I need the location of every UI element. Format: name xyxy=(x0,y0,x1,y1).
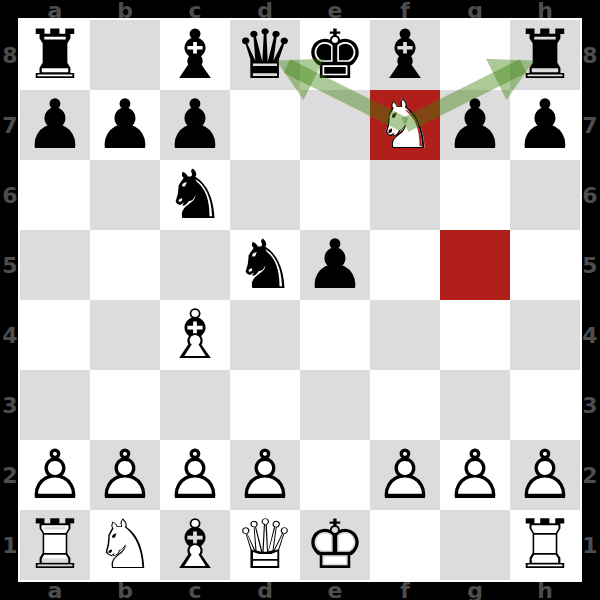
square-h1[interactable]: ♜♖ xyxy=(510,510,580,580)
square-c1[interactable]: ♝♗ xyxy=(160,510,230,580)
black-pawn[interactable]: ♟ xyxy=(90,90,160,160)
rank-label-right-5: 5 xyxy=(580,230,600,300)
square-a6[interactable] xyxy=(20,160,90,230)
square-e2[interactable] xyxy=(300,440,370,510)
white-rook[interactable]: ♜♖ xyxy=(510,510,580,580)
rank-label-left-7: 7 xyxy=(0,90,20,160)
chess-board-widget: abcdefgh abcdefgh 87654321 87654321 ♜♝♛♚… xyxy=(0,0,600,600)
square-g8[interactable] xyxy=(440,20,510,90)
white-knight[interactable]: ♞♘ xyxy=(370,90,440,160)
white-pawn[interactable]: ♟♙ xyxy=(510,440,580,510)
rank-label-left-2: 2 xyxy=(0,440,20,510)
piece-outline: ♖ xyxy=(515,511,576,579)
square-a5[interactable] xyxy=(20,230,90,300)
square-h2[interactable]: ♟♙ xyxy=(510,440,580,510)
square-d8[interactable]: ♛ xyxy=(230,20,300,90)
square-g6[interactable] xyxy=(440,160,510,230)
square-h3[interactable] xyxy=(510,370,580,440)
black-pawn[interactable]: ♟ xyxy=(20,90,90,160)
square-f7[interactable]: ♞♘ xyxy=(370,90,440,160)
piece-outline: ♙ xyxy=(375,441,436,509)
square-c4[interactable]: ♝♗ xyxy=(160,300,230,370)
rank-label-right-2: 2 xyxy=(580,440,600,510)
square-b8[interactable] xyxy=(90,20,160,90)
square-d3[interactable] xyxy=(230,370,300,440)
white-knight[interactable]: ♞♘ xyxy=(90,510,160,580)
black-knight[interactable]: ♞ xyxy=(230,230,300,300)
file-label-top-b: b xyxy=(90,0,160,20)
white-king[interactable]: ♚♔ xyxy=(300,510,370,580)
black-bishop[interactable]: ♝ xyxy=(370,20,440,90)
piece-outline: ♙ xyxy=(445,441,506,509)
square-c7[interactable]: ♟ xyxy=(160,90,230,160)
white-pawn[interactable]: ♟♙ xyxy=(90,440,160,510)
black-pawn[interactable]: ♟ xyxy=(160,90,230,160)
square-g2[interactable]: ♟♙ xyxy=(440,440,510,510)
square-d7[interactable] xyxy=(230,90,300,160)
rank-label-left-1: 1 xyxy=(0,510,20,580)
rank-label-left-3: 3 xyxy=(0,370,20,440)
rank-label-left-4: 4 xyxy=(0,300,20,370)
piece-outline: ♙ xyxy=(95,441,156,509)
square-h8[interactable]: ♜ xyxy=(510,20,580,90)
rank-label-right-8: 8 xyxy=(580,20,600,90)
piece-outline: ♖ xyxy=(25,511,86,579)
black-pawn[interactable]: ♟ xyxy=(440,90,510,160)
white-pawn[interactable]: ♟♙ xyxy=(370,440,440,510)
file-labels-top: abcdefgh xyxy=(20,0,580,20)
chess-board[interactable]: ♜♝♛♚♝♜♟♟♟♞♘♟♟♞♞♟♝♗♟♙♟♙♟♙♟♙♟♙♟♙♟♙♜♖♞♘♝♗♛♕… xyxy=(20,20,580,580)
square-h6[interactable] xyxy=(510,160,580,230)
square-b7[interactable]: ♟ xyxy=(90,90,160,160)
square-e6[interactable] xyxy=(300,160,370,230)
square-f5[interactable] xyxy=(370,230,440,300)
rank-label-left-8: 8 xyxy=(0,20,20,90)
square-e1[interactable]: ♚♔ xyxy=(300,510,370,580)
rank-labels-right: 87654321 xyxy=(580,20,600,580)
square-g7[interactable]: ♟ xyxy=(440,90,510,160)
black-bishop[interactable]: ♝ xyxy=(160,20,230,90)
white-pawn[interactable]: ♟♙ xyxy=(440,440,510,510)
white-pawn[interactable]: ♟♙ xyxy=(160,440,230,510)
white-bishop[interactable]: ♝♗ xyxy=(160,510,230,580)
piece-outline: ♔ xyxy=(305,511,366,579)
square-d6[interactable] xyxy=(230,160,300,230)
piece-outline: ♕ xyxy=(235,511,296,579)
white-pawn[interactable]: ♟♙ xyxy=(230,440,300,510)
white-rook[interactable]: ♜♖ xyxy=(20,510,90,580)
square-b1[interactable]: ♞♘ xyxy=(90,510,160,580)
square-g1[interactable] xyxy=(440,510,510,580)
piece-outline: ♗ xyxy=(165,511,226,579)
square-a7[interactable]: ♟ xyxy=(20,90,90,160)
square-e3[interactable] xyxy=(300,370,370,440)
black-pawn[interactable]: ♟ xyxy=(300,230,370,300)
square-d2[interactable]: ♟♙ xyxy=(230,440,300,510)
white-pawn[interactable]: ♟♙ xyxy=(20,440,90,510)
square-f1[interactable] xyxy=(370,510,440,580)
square-e4[interactable] xyxy=(300,300,370,370)
square-c8[interactable]: ♝ xyxy=(160,20,230,90)
square-e5[interactable]: ♟ xyxy=(300,230,370,300)
square-h7[interactable]: ♟ xyxy=(510,90,580,160)
square-c2[interactable]: ♟♙ xyxy=(160,440,230,510)
rank-label-right-4: 4 xyxy=(580,300,600,370)
square-b2[interactable]: ♟♙ xyxy=(90,440,160,510)
square-h5[interactable] xyxy=(510,230,580,300)
square-d1[interactable]: ♛♕ xyxy=(230,510,300,580)
square-a3[interactable] xyxy=(20,370,90,440)
square-b3[interactable] xyxy=(90,370,160,440)
square-c5[interactable] xyxy=(160,230,230,300)
square-g4[interactable] xyxy=(440,300,510,370)
file-label-top-g: g xyxy=(440,0,510,20)
file-label-bottom-f: f xyxy=(370,580,440,600)
square-e8[interactable]: ♚ xyxy=(300,20,370,90)
square-a8[interactable]: ♜ xyxy=(20,20,90,90)
black-knight[interactable]: ♞ xyxy=(160,160,230,230)
rank-label-left-6: 6 xyxy=(0,160,20,230)
square-f8[interactable]: ♝ xyxy=(370,20,440,90)
white-queen[interactable]: ♛♕ xyxy=(230,510,300,580)
black-rook[interactable]: ♜ xyxy=(20,20,90,90)
piece-outline: ♘ xyxy=(95,511,156,579)
black-pawn[interactable]: ♟ xyxy=(510,90,580,160)
black-rook[interactable]: ♜ xyxy=(510,20,580,90)
square-f3[interactable] xyxy=(370,370,440,440)
square-b6[interactable] xyxy=(90,160,160,230)
square-d4[interactable] xyxy=(230,300,300,370)
piece-outline: ♙ xyxy=(235,441,296,509)
square-g5[interactable] xyxy=(440,230,510,300)
rank-label-left-5: 5 xyxy=(0,230,20,300)
square-d5[interactable]: ♞ xyxy=(230,230,300,300)
piece-outline: ♗ xyxy=(165,301,226,369)
square-b5[interactable] xyxy=(90,230,160,300)
square-f6[interactable] xyxy=(370,160,440,230)
square-f4[interactable] xyxy=(370,300,440,370)
black-queen[interactable]: ♛ xyxy=(230,20,300,90)
piece-outline: ♙ xyxy=(25,441,86,509)
piece-outline: ♙ xyxy=(165,441,226,509)
piece-outline: ♘ xyxy=(375,91,436,159)
square-e7[interactable] xyxy=(300,90,370,160)
black-king[interactable]: ♚ xyxy=(300,20,370,90)
square-f2[interactable]: ♟♙ xyxy=(370,440,440,510)
white-bishop[interactable]: ♝♗ xyxy=(160,300,230,370)
square-a1[interactable]: ♜♖ xyxy=(20,510,90,580)
square-c6[interactable]: ♞ xyxy=(160,160,230,230)
square-h4[interactable] xyxy=(510,300,580,370)
square-c3[interactable] xyxy=(160,370,230,440)
rank-label-right-3: 3 xyxy=(580,370,600,440)
square-a4[interactable] xyxy=(20,300,90,370)
file-label-bottom-g: g xyxy=(440,580,510,600)
rank-label-right-1: 1 xyxy=(580,510,600,580)
rank-label-right-7: 7 xyxy=(580,90,600,160)
square-a2[interactable]: ♟♙ xyxy=(20,440,90,510)
square-b4[interactable] xyxy=(90,300,160,370)
rank-labels-left: 87654321 xyxy=(0,20,20,580)
rank-label-right-6: 6 xyxy=(580,160,600,230)
piece-outline: ♙ xyxy=(515,441,576,509)
square-g3[interactable] xyxy=(440,370,510,440)
